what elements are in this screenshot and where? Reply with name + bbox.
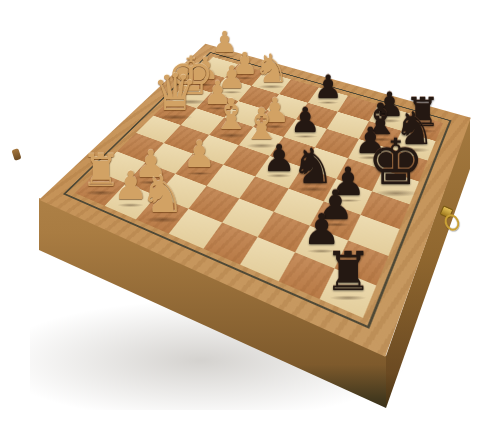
chess-box-scene: ♚♛♜♝♝♞♞♟♟♟♟♟♟♟♟♜♟♟♝♞♟♟♚♟♞♟♟♟♜♟	[0, 0, 500, 424]
hinge-tab	[11, 148, 21, 161]
